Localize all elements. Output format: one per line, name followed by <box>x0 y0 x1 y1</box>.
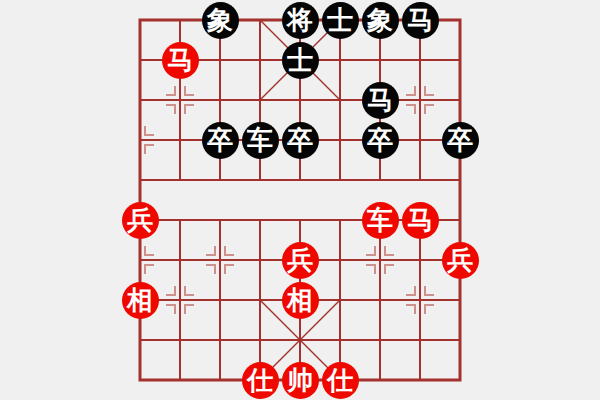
board-point[interactable] <box>280 320 320 360</box>
board-point[interactable]: 兵 <box>120 200 160 240</box>
board-point[interactable] <box>320 200 360 240</box>
board-point[interactable] <box>240 80 280 120</box>
piece-black-elephant[interactable]: 象 <box>362 2 399 39</box>
board-point[interactable] <box>320 280 360 320</box>
board-point[interactable] <box>440 0 480 40</box>
board-point[interactable]: 车 <box>240 120 280 160</box>
board-point[interactable] <box>320 80 360 120</box>
board-point[interactable] <box>240 200 280 240</box>
board-point[interactable] <box>200 280 240 320</box>
board-point[interactable] <box>160 320 200 360</box>
board-point[interactable]: 将 <box>280 0 320 40</box>
piece-red-soldier[interactable]: 兵 <box>442 242 479 279</box>
piece-red-soldier[interactable]: 兵 <box>282 242 319 279</box>
piece-red-soldier[interactable]: 兵 <box>122 202 159 239</box>
board-point[interactable]: 兵 <box>280 240 320 280</box>
board-point[interactable] <box>240 40 280 80</box>
board-point[interactable]: 兵 <box>440 240 480 280</box>
board-point[interactable]: 相 <box>120 280 160 320</box>
board-point[interactable] <box>160 200 200 240</box>
board-point[interactable] <box>440 160 480 200</box>
piece-black-general[interactable]: 将 <box>282 2 319 39</box>
board-point[interactable] <box>200 360 240 400</box>
piece-black-soldier[interactable]: 卒 <box>202 122 239 159</box>
board-point[interactable] <box>240 240 280 280</box>
board-point[interactable] <box>400 160 440 200</box>
board-point[interactable] <box>120 160 160 200</box>
board-point[interactable] <box>120 120 160 160</box>
board-point[interactable] <box>400 120 440 160</box>
board-point[interactable] <box>160 80 200 120</box>
board-point[interactable]: 卒 <box>280 120 320 160</box>
piece-black-advisor[interactable]: 士 <box>322 2 359 39</box>
board-point[interactable]: 马 <box>400 200 440 240</box>
board-point[interactable] <box>440 200 480 240</box>
board-point[interactable]: 马 <box>400 0 440 40</box>
board-point[interactable]: 马 <box>360 80 400 120</box>
board-point[interactable] <box>400 320 440 360</box>
board-point[interactable] <box>440 320 480 360</box>
board-point[interactable] <box>200 320 240 360</box>
piece-black-soldier[interactable]: 卒 <box>442 122 479 159</box>
piece-red-advisor[interactable]: 仕 <box>322 362 359 399</box>
piece-red-general[interactable]: 帅 <box>282 362 319 399</box>
board-point[interactable]: 仕 <box>320 360 360 400</box>
board-point[interactable] <box>320 240 360 280</box>
board-point[interactable] <box>160 120 200 160</box>
piece-red-chariot[interactable]: 车 <box>362 202 399 239</box>
board-point[interactable] <box>160 280 200 320</box>
board-point[interactable] <box>160 240 200 280</box>
board-point[interactable] <box>120 40 160 80</box>
board-point[interactable] <box>320 320 360 360</box>
board-point[interactable] <box>360 280 400 320</box>
board-point[interactable] <box>200 80 240 120</box>
xiangqi-app: 象将士象马马士马卒车卒卒卒兵车马兵兵相相仕帅仕 <box>0 0 600 400</box>
board-point[interactable] <box>360 240 400 280</box>
piece-black-soldier[interactable]: 卒 <box>282 122 319 159</box>
piece-black-horse[interactable]: 马 <box>362 82 399 119</box>
board-point[interactable]: 相 <box>280 280 320 320</box>
board-point[interactable] <box>440 40 480 80</box>
board-point[interactable]: 士 <box>320 0 360 40</box>
board-point[interactable] <box>120 240 160 280</box>
board-point[interactable]: 士 <box>280 40 320 80</box>
board-point[interactable] <box>280 160 320 200</box>
board-point[interactable]: 帅 <box>280 360 320 400</box>
board-point[interactable]: 卒 <box>200 120 240 160</box>
board-point[interactable] <box>160 160 200 200</box>
board-point[interactable] <box>200 240 240 280</box>
board-point[interactable] <box>120 320 160 360</box>
board-point[interactable] <box>360 320 400 360</box>
board-point[interactable] <box>400 240 440 280</box>
board-point[interactable] <box>440 360 480 400</box>
board-point[interactable]: 马 <box>160 40 200 80</box>
board-point[interactable] <box>240 320 280 360</box>
board-point[interactable] <box>160 360 200 400</box>
board-point[interactable] <box>280 200 320 240</box>
board-point[interactable]: 卒 <box>440 120 480 160</box>
board-point[interactable] <box>440 280 480 320</box>
board-point[interactable] <box>320 120 360 160</box>
board-point[interactable] <box>400 280 440 320</box>
board-point[interactable] <box>120 80 160 120</box>
piece-red-horse[interactable]: 马 <box>162 42 199 79</box>
piece-red-elephant[interactable]: 相 <box>122 282 159 319</box>
board-point[interactable] <box>440 80 480 120</box>
piece-black-soldier[interactable]: 卒 <box>362 122 399 159</box>
board-point[interactable] <box>280 80 320 120</box>
xiangqi-board: 象将士象马马士马卒车卒卒卒兵车马兵兵相相仕帅仕 <box>120 0 480 400</box>
board-point[interactable] <box>320 40 360 80</box>
piece-black-elephant[interactable]: 象 <box>202 2 239 39</box>
board-point[interactable] <box>240 160 280 200</box>
piece-black-advisor[interactable]: 士 <box>282 42 319 79</box>
board-point[interactable] <box>400 80 440 120</box>
board-point[interactable]: 车 <box>360 200 400 240</box>
piece-red-elephant[interactable]: 相 <box>282 282 319 319</box>
board-point[interactable] <box>200 200 240 240</box>
board-point[interactable]: 象 <box>360 0 400 40</box>
board-point[interactable] <box>200 40 240 80</box>
board-point[interactable] <box>320 160 360 200</box>
board-point[interactable]: 卒 <box>360 120 400 160</box>
board-point[interactable] <box>400 360 440 400</box>
piece-red-advisor[interactable]: 仕 <box>242 362 279 399</box>
board-point[interactable] <box>360 360 400 400</box>
board-point[interactable] <box>240 280 280 320</box>
board-point[interactable]: 象 <box>200 0 240 40</box>
board-point[interactable] <box>120 360 160 400</box>
board-point[interactable]: 仕 <box>240 360 280 400</box>
board-point[interactable] <box>360 40 400 80</box>
board-point[interactable] <box>120 0 160 40</box>
board-point[interactable] <box>400 40 440 80</box>
board-point[interactable] <box>360 160 400 200</box>
piece-red-horse[interactable]: 马 <box>402 202 439 239</box>
board-point[interactable] <box>160 0 200 40</box>
board-point[interactable] <box>240 0 280 40</box>
board-point[interactable] <box>200 160 240 200</box>
piece-black-horse[interactable]: 马 <box>402 2 439 39</box>
piece-black-chariot[interactable]: 车 <box>242 122 279 159</box>
